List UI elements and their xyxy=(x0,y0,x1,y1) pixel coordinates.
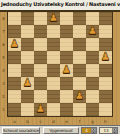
spin-down-icon[interactable]: ▼ xyxy=(112,131,117,134)
square-h1[interactable] xyxy=(99,103,112,116)
square-g7[interactable]: ♟ xyxy=(86,25,99,38)
white-pawn[interactable]: ♟ xyxy=(8,38,21,51)
rank-label-7: 7 xyxy=(0,25,7,38)
square-d7[interactable] xyxy=(47,25,60,38)
square-g1[interactable] xyxy=(86,103,99,116)
square-d5[interactable] xyxy=(47,51,60,64)
generate-button[interactable]: Vygenerovat xyxy=(43,127,79,134)
square-c5[interactable] xyxy=(34,51,47,64)
square-b3[interactable]: ♟ xyxy=(21,77,34,90)
square-f4[interactable] xyxy=(73,64,86,77)
square-f8[interactable] xyxy=(73,12,86,25)
square-f6[interactable] xyxy=(73,38,86,51)
window-title: Jednoduchy Uzivatelsky Kontrol / Nastave… xyxy=(0,0,120,10)
rank-label-3: 3 xyxy=(0,77,7,90)
square-b5[interactable] xyxy=(21,51,34,64)
square-b1[interactable] xyxy=(21,103,34,116)
square-h3[interactable] xyxy=(99,77,112,90)
square-b8[interactable] xyxy=(21,12,34,25)
board-grid: ♟♟♟♟♟♟♟♟ xyxy=(8,12,112,116)
square-c1[interactable]: ♟ xyxy=(34,103,47,116)
spinner-1[interactable]: 4 ▲ ▼ xyxy=(81,127,97,134)
square-c6[interactable] xyxy=(34,38,47,51)
spinner-2-buttons: ▲ ▼ xyxy=(112,128,117,133)
spinner-1-buttons: ▲ ▼ xyxy=(91,128,96,133)
square-d4[interactable] xyxy=(47,64,60,77)
control-bar: Schovat souradnice Vygenerovat 4 ▲ ▼ 13 … xyxy=(0,125,120,134)
square-d2[interactable] xyxy=(47,90,60,103)
spinner-2-value[interactable]: 13 xyxy=(100,128,112,133)
square-a4[interactable] xyxy=(8,64,21,77)
square-g5[interactable] xyxy=(86,51,99,64)
spinner-2[interactable]: 13 ▲ ▼ xyxy=(99,127,118,134)
square-e1[interactable] xyxy=(60,103,73,116)
square-e3[interactable] xyxy=(60,77,73,90)
square-e7[interactable] xyxy=(60,25,73,38)
square-g6[interactable] xyxy=(86,38,99,51)
square-h2[interactable] xyxy=(99,90,112,103)
square-a8[interactable] xyxy=(8,12,21,25)
rank-label-1: 1 xyxy=(0,103,7,116)
square-d1[interactable] xyxy=(47,103,60,116)
square-a2[interactable] xyxy=(8,90,21,103)
square-a1[interactable] xyxy=(8,103,21,116)
square-h7[interactable] xyxy=(99,25,112,38)
square-h8[interactable] xyxy=(99,12,112,25)
white-pawn[interactable]: ♟ xyxy=(86,25,99,38)
square-g4[interactable] xyxy=(86,64,99,77)
rank-label-2: 2 xyxy=(0,90,7,103)
rank-labels: 87654321 xyxy=(0,12,7,116)
board-frame: 87654321 ♟♟♟♟♟♟♟♟ abcdefgh xyxy=(0,10,120,125)
white-pawn[interactable]: ♟ xyxy=(47,12,60,25)
square-h5[interactable]: ♟ xyxy=(99,51,112,64)
spin-down-icon[interactable]: ▼ xyxy=(91,131,96,134)
white-pawn[interactable]: ♟ xyxy=(99,51,112,64)
rank-label-6: 6 xyxy=(0,38,7,51)
hide-coordinates-button[interactable]: Schovat souradnice xyxy=(2,127,40,134)
square-d8[interactable]: ♟ xyxy=(47,12,60,25)
rank-label-4: 4 xyxy=(0,64,7,77)
square-a5[interactable] xyxy=(8,51,21,64)
square-e8[interactable] xyxy=(60,12,73,25)
white-pawn[interactable]: ♟ xyxy=(60,64,73,77)
square-d3[interactable] xyxy=(47,77,60,90)
white-pawn[interactable]: ♟ xyxy=(21,77,34,90)
square-d6[interactable] xyxy=(47,38,60,51)
square-h4[interactable] xyxy=(99,64,112,77)
square-f5[interactable] xyxy=(73,51,86,64)
white-pawn[interactable]: ♟ xyxy=(73,90,86,103)
square-f1[interactable] xyxy=(73,103,86,116)
square-f7[interactable] xyxy=(73,25,86,38)
square-f2[interactable]: ♟ xyxy=(73,90,86,103)
square-g3[interactable] xyxy=(86,77,99,90)
square-a3[interactable] xyxy=(8,77,21,90)
board-edge-right xyxy=(112,12,113,117)
square-g2[interactable] xyxy=(86,90,99,103)
white-pawn[interactable]: ♟ xyxy=(34,103,47,116)
spinner-1-value[interactable]: 4 xyxy=(82,128,91,133)
square-e4[interactable]: ♟ xyxy=(60,64,73,77)
square-c7[interactable] xyxy=(34,25,47,38)
square-b2[interactable] xyxy=(21,90,34,103)
square-c4[interactable] xyxy=(34,64,47,77)
rank-label-5: 5 xyxy=(0,51,7,64)
square-c8[interactable] xyxy=(34,12,47,25)
square-c3[interactable] xyxy=(34,77,47,90)
square-a6[interactable]: ♟ xyxy=(8,38,21,51)
square-b6[interactable] xyxy=(21,38,34,51)
rank-label-8: 8 xyxy=(0,12,7,25)
square-e2[interactable] xyxy=(60,90,73,103)
square-e6[interactable] xyxy=(60,38,73,51)
square-b7[interactable] xyxy=(21,25,34,38)
